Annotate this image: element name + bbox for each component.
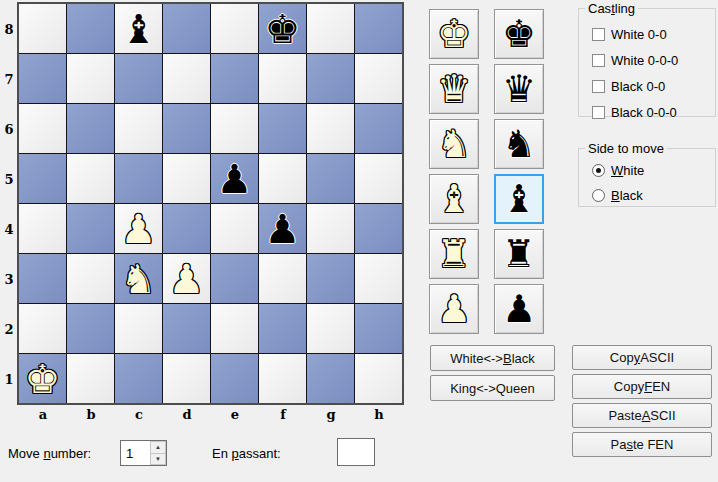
square-c5[interactable] [115,154,162,203]
spinner-down-icon: ▼ [155,456,161,462]
black-pawn-icon: ♟ [502,290,536,328]
square-e4[interactable] [211,204,258,253]
square-d7[interactable] [163,54,210,103]
palette-white-knight-button[interactable]: ♞ [429,119,479,169]
file-label-g: g [307,405,355,423]
square-c3[interactable]: ♞ [115,254,162,303]
white-rook-icon: ♜ [437,235,471,273]
palette-black-king-button[interactable]: ♚ [494,9,544,59]
palette-black-queen-button[interactable]: ♛ [494,64,544,114]
square-h3[interactable] [355,254,402,303]
white-ooo-checkbox[interactable] [592,54,605,67]
white-oo-checkbox[interactable] [592,28,605,41]
square-f1[interactable] [259,354,306,403]
square-a3[interactable] [19,254,66,303]
castling-option-white-ooo[interactable]: White 0-0-0 [592,47,715,73]
white-bishop-icon: ♝ [437,180,471,218]
square-h6[interactable] [355,104,402,153]
file-label-d: d [163,405,211,423]
square-g5[interactable] [307,154,354,203]
square-d1[interactable] [163,354,210,403]
side-to-move-group: Side to move WhiteBlack [578,148,716,207]
board-area: 87654321 ♝♚♟♟♟♞♟♚ abcdefgh [1,2,404,423]
palette-white-bishop-button[interactable]: ♝ [429,174,479,224]
spinner-down-button[interactable]: ▼ [150,454,166,466]
side-to-move-option-white[interactable]: White [592,158,715,183]
black-knight-icon: ♞ [502,125,536,163]
palette-black-knight-button[interactable]: ♞ [494,119,544,169]
spinner-up-icon: ▲ [155,444,161,450]
rank-label-2: 2 [1,304,17,354]
side-to-move-group-title: Side to move [585,141,667,156]
white-pawn-icon: ♟ [437,290,471,328]
castling-option-white-oo[interactable]: White 0-0 [592,21,715,47]
black-bishop-piece: ♝ [121,9,157,49]
swap-white-black-button[interactable]: White<->Black [430,345,555,371]
black-queen-icon: ♛ [502,70,536,108]
square-b2[interactable] [67,304,114,353]
black-king-piece: ♚ [265,9,301,49]
file-label-h: h [355,405,403,423]
black-radio-label: Black [611,188,643,203]
square-c4[interactable]: ♟ [115,204,162,253]
square-g1[interactable] [307,354,354,403]
move-number-spinner: ▲ ▼ [120,440,167,466]
black-pawn-piece: ♟ [217,159,253,199]
square-b4[interactable] [67,204,114,253]
square-d5[interactable] [163,154,210,203]
black-ooo-checkbox[interactable] [592,106,605,119]
castling-group: Castling White 0-0White 0-0-0Black 0-0Bl… [578,8,716,117]
square-a2[interactable] [19,304,66,353]
copy-fen-button[interactable]: Copy FEN [572,374,712,399]
square-g3[interactable] [307,254,354,303]
palette-black-pawn-button[interactable]: ♟ [494,284,544,334]
square-e3[interactable] [211,254,258,303]
square-c6[interactable] [115,104,162,153]
file-label-f: f [259,405,307,423]
square-d8[interactable] [163,4,210,53]
piece-palette: ♚♚♛♛♞♞♝♝♜♜♟♟ [429,9,544,334]
white-ooo-checkbox-label: White 0-0-0 [611,53,678,68]
file-label-c: c [115,405,163,423]
spinner-up-button[interactable]: ▲ [150,441,166,454]
square-e6[interactable] [211,104,258,153]
castling-option-black-oo[interactable]: Black 0-0 [592,73,715,99]
paste-ascii-button[interactable]: Paste ASCII [572,403,712,428]
chess-board: ♝♚♟♟♟♞♟♚ [17,2,404,405]
square-h2[interactable] [355,304,402,353]
file-label-a: a [19,405,67,423]
square-c7[interactable] [115,54,162,103]
square-b6[interactable] [67,104,114,153]
white-knight-icon: ♞ [437,125,471,163]
white-pawn-piece: ♟ [169,259,205,299]
square-g7[interactable] [307,54,354,103]
white-knight-piece: ♞ [121,259,157,299]
square-d3[interactable]: ♟ [163,254,210,303]
square-d6[interactable] [163,104,210,153]
square-f7[interactable] [259,54,306,103]
square-g6[interactable] [307,104,354,153]
move-number-label: Move number: [8,446,91,461]
en-passant-label: En passant: [212,446,281,461]
black-rook-icon: ♜ [502,235,536,273]
black-radio[interactable] [592,189,605,202]
square-g4[interactable] [307,204,354,253]
palette-black-rook-button[interactable]: ♜ [494,229,544,279]
file-label-e: e [211,405,259,423]
castling-group-title: Castling [585,1,638,16]
rank-label-4: 4 [1,204,17,254]
square-e5[interactable]: ♟ [211,154,258,203]
move-number-input[interactable] [121,441,150,465]
swap-king-queen-button[interactable]: King<->Queen [430,375,555,401]
rank-label-1: 1 [1,354,17,404]
square-g8[interactable] [307,4,354,53]
copy-ascii-button[interactable]: Copy ASCII [572,345,712,370]
square-b1[interactable] [67,354,114,403]
white-pawn-piece: ♟ [121,209,157,249]
square-c8[interactable]: ♝ [115,4,162,53]
file-label-b: b [67,405,115,423]
castling-option-black-ooo[interactable]: Black 0-0-0 [592,99,715,125]
square-b8[interactable] [67,4,114,53]
black-ooo-checkbox-label: Black 0-0-0 [611,105,677,120]
rank-label-5: 5 [1,154,17,204]
square-c2[interactable] [115,304,162,353]
rank-label-8: 8 [1,4,17,54]
side-to-move-option-black[interactable]: Black [592,183,715,208]
square-d2[interactable] [163,304,210,353]
white-radio-label: White [611,163,644,178]
square-d4[interactable] [163,204,210,253]
square-b3[interactable] [67,254,114,303]
black-oo-checkbox-label: Black 0-0 [611,79,665,94]
square-e7[interactable] [211,54,258,103]
white-oo-checkbox-label: White 0-0 [611,27,667,42]
square-f4[interactable]: ♟ [259,204,306,253]
square-h5[interactable] [355,154,402,203]
white-queen-icon: ♛ [437,70,471,108]
palette-white-king-button[interactable]: ♚ [429,9,479,59]
en-passant-input[interactable] [337,438,375,466]
white-king-piece: ♚ [25,359,61,399]
square-a6[interactable] [19,104,66,153]
square-a7[interactable] [19,54,66,103]
black-pawn-piece: ♟ [265,209,301,249]
rank-label-7: 7 [1,54,17,104]
square-h8[interactable] [355,4,402,53]
square-f2[interactable] [259,304,306,353]
square-e1[interactable] [211,354,258,403]
white-king-icon: ♚ [437,15,471,53]
file-labels: abcdefgh [19,405,404,423]
square-b7[interactable] [67,54,114,103]
white-radio[interactable] [592,164,605,177]
square-a8[interactable] [19,4,66,53]
square-e8[interactable] [211,4,258,53]
square-h7[interactable] [355,54,402,103]
paste-fen-button[interactable]: Paste FEN [572,432,712,457]
square-h4[interactable] [355,204,402,253]
square-b5[interactable] [67,154,114,203]
palette-white-rook-button[interactable]: ♜ [429,229,479,279]
square-g2[interactable] [307,304,354,353]
square-e2[interactable] [211,304,258,353]
square-c1[interactable] [115,354,162,403]
rank-label-6: 6 [1,104,17,154]
black-king-icon: ♚ [502,15,536,53]
rank-labels: 87654321 [1,4,17,405]
square-f3[interactable] [259,254,306,303]
palette-black-bishop-button[interactable]: ♝ [494,174,544,224]
palette-white-pawn-button[interactable]: ♟ [429,284,479,334]
palette-white-queen-button[interactable]: ♛ [429,64,479,114]
square-a4[interactable] [19,204,66,253]
black-oo-checkbox[interactable] [592,80,605,93]
square-f8[interactable]: ♚ [259,4,306,53]
square-a5[interactable] [19,154,66,203]
black-bishop-icon: ♝ [502,180,536,218]
square-h1[interactable] [355,354,402,403]
square-f6[interactable] [259,104,306,153]
rank-label-3: 3 [1,254,17,304]
square-a1[interactable]: ♚ [19,354,66,403]
square-f5[interactable] [259,154,306,203]
